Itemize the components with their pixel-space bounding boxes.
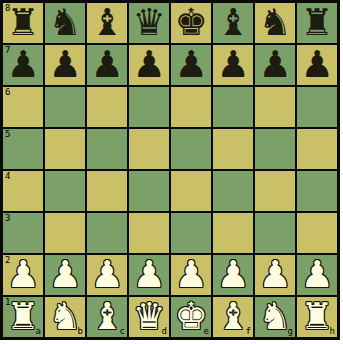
square-d1[interactable]: ♛d: [129, 297, 169, 337]
square-c4[interactable]: [87, 171, 127, 211]
square-h4[interactable]: [297, 171, 337, 211]
file-label-a: a: [36, 327, 41, 336]
square-e4[interactable]: [171, 171, 211, 211]
square-e5[interactable]: [171, 129, 211, 169]
piece-black-bishop: ♝: [216, 3, 249, 43]
piece-black-pawn: ♟: [132, 45, 165, 85]
rank-label-8: 8: [5, 4, 10, 13]
square-h3[interactable]: [297, 213, 337, 253]
square-a7[interactable]: ♟7: [3, 45, 43, 85]
square-e8[interactable]: ♚: [171, 3, 211, 43]
square-g3[interactable]: [255, 213, 295, 253]
square-d5[interactable]: [129, 129, 169, 169]
file-label-e: e: [204, 327, 209, 336]
piece-black-queen: ♛: [132, 3, 165, 43]
square-a4[interactable]: 4: [3, 171, 43, 211]
square-g5[interactable]: [255, 129, 295, 169]
square-f3[interactable]: [213, 213, 253, 253]
square-e7[interactable]: ♟: [171, 45, 211, 85]
square-a3[interactable]: 3: [3, 213, 43, 253]
square-b3[interactable]: [45, 213, 85, 253]
piece-black-pawn: ♟: [90, 45, 123, 85]
square-f2[interactable]: ♟: [213, 255, 253, 295]
piece-black-pawn: ♟: [48, 45, 81, 85]
square-h8[interactable]: ♜: [297, 3, 337, 43]
square-g6[interactable]: [255, 87, 295, 127]
square-g7[interactable]: ♟: [255, 45, 295, 85]
square-g4[interactable]: [255, 171, 295, 211]
square-d8[interactable]: ♛: [129, 3, 169, 43]
piece-white-pawn: ♟: [216, 255, 249, 295]
piece-white-pawn: ♟: [300, 255, 333, 295]
square-c7[interactable]: ♟: [87, 45, 127, 85]
square-f4[interactable]: [213, 171, 253, 211]
rank-label-3: 3: [5, 214, 10, 223]
square-e1[interactable]: ♚e: [171, 297, 211, 337]
square-b7[interactable]: ♟: [45, 45, 85, 85]
square-d7[interactable]: ♟: [129, 45, 169, 85]
piece-white-pawn: ♟: [258, 255, 291, 295]
square-f1[interactable]: ♝f: [213, 297, 253, 337]
piece-black-pawn: ♟: [216, 45, 249, 85]
piece-black-pawn: ♟: [300, 45, 333, 85]
square-h6[interactable]: [297, 87, 337, 127]
piece-black-pawn: ♟: [258, 45, 291, 85]
rank-label-2: 2: [5, 256, 10, 265]
rank-label-4: 4: [5, 172, 10, 181]
chess-board-frame: ♜8♞♝♛♚♝♞♜♟7♟♟♟♟♟♟♟6543♟2♟♟♟♟♟♟♟♜1a♞b♝c♛d…: [0, 0, 343, 344]
piece-white-pawn: ♟: [6, 255, 39, 295]
square-f6[interactable]: [213, 87, 253, 127]
rank-label-6: 6: [5, 88, 10, 97]
rank-label-7: 7: [5, 46, 10, 55]
square-h1[interactable]: ♜h: [297, 297, 337, 337]
square-c8[interactable]: ♝: [87, 3, 127, 43]
square-d3[interactable]: [129, 213, 169, 253]
piece-black-rook: ♜: [300, 3, 333, 43]
piece-white-pawn: ♟: [48, 255, 81, 295]
square-b2[interactable]: ♟: [45, 255, 85, 295]
file-label-h: h: [330, 327, 335, 336]
piece-black-bishop: ♝: [90, 3, 123, 43]
piece-black-rook: ♜: [6, 3, 39, 43]
file-label-b: b: [78, 327, 83, 336]
square-d2[interactable]: ♟: [129, 255, 169, 295]
piece-white-pawn: ♟: [174, 255, 207, 295]
square-b1[interactable]: ♞b: [45, 297, 85, 337]
square-f8[interactable]: ♝: [213, 3, 253, 43]
square-c5[interactable]: [87, 129, 127, 169]
square-a2[interactable]: ♟2: [3, 255, 43, 295]
piece-black-pawn: ♟: [6, 45, 39, 85]
piece-white-pawn: ♟: [90, 255, 123, 295]
square-c1[interactable]: ♝c: [87, 297, 127, 337]
chess-board: ♜8♞♝♛♚♝♞♜♟7♟♟♟♟♟♟♟6543♟2♟♟♟♟♟♟♟♜1a♞b♝c♛d…: [0, 0, 340, 340]
square-c2[interactable]: ♟: [87, 255, 127, 295]
square-h5[interactable]: [297, 129, 337, 169]
square-a1[interactable]: ♜1a: [3, 297, 43, 337]
rank-label-1: 1: [5, 298, 10, 307]
square-f7[interactable]: ♟: [213, 45, 253, 85]
file-label-c: c: [120, 327, 125, 336]
square-a8[interactable]: ♜8: [3, 3, 43, 43]
file-label-f: f: [246, 327, 251, 336]
square-f5[interactable]: [213, 129, 253, 169]
piece-white-pawn: ♟: [132, 255, 165, 295]
square-g2[interactable]: ♟: [255, 255, 295, 295]
square-c6[interactable]: [87, 87, 127, 127]
square-d4[interactable]: [129, 171, 169, 211]
square-b8[interactable]: ♞: [45, 3, 85, 43]
rank-label-5: 5: [5, 130, 10, 139]
square-h7[interactable]: ♟: [297, 45, 337, 85]
square-a6[interactable]: 6: [3, 87, 43, 127]
piece-black-pawn: ♟: [174, 45, 207, 85]
square-d6[interactable]: [129, 87, 169, 127]
square-e2[interactable]: ♟: [171, 255, 211, 295]
square-g8[interactable]: ♞: [255, 3, 295, 43]
file-label-g: g: [288, 327, 293, 336]
square-b4[interactable]: [45, 171, 85, 211]
piece-black-knight: ♞: [258, 3, 291, 43]
square-h2[interactable]: ♟: [297, 255, 337, 295]
square-b6[interactable]: [45, 87, 85, 127]
square-g1[interactable]: ♞g: [255, 297, 295, 337]
square-e6[interactable]: [171, 87, 211, 127]
square-e3[interactable]: [171, 213, 211, 253]
square-b5[interactable]: [45, 129, 85, 169]
file-label-d: d: [162, 327, 167, 336]
piece-black-king: ♚: [174, 3, 207, 43]
piece-black-knight: ♞: [48, 3, 81, 43]
square-c3[interactable]: [87, 213, 127, 253]
square-a5[interactable]: 5: [3, 129, 43, 169]
